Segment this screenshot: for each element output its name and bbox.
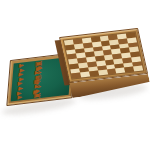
chess-set-photo: Wooden magnetic travel chess set: empty … bbox=[0, 0, 150, 150]
drawer-piece-pawn: ♟ bbox=[16, 95, 22, 101]
drawer-piece-rook: ♜ bbox=[32, 92, 41, 101]
chessboard-frame bbox=[59, 28, 148, 83]
light-board-square bbox=[133, 66, 143, 72]
chess-board-box bbox=[59, 28, 150, 99]
chessboard-grid bbox=[64, 32, 143, 78]
